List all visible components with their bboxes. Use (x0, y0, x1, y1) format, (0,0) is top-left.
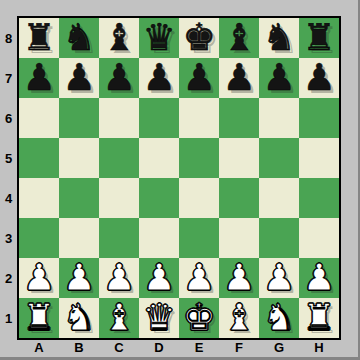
square-e3[interactable] (179, 218, 219, 258)
square-c1[interactable]: ♝ (99, 298, 139, 338)
square-d5[interactable] (139, 138, 179, 178)
square-e7[interactable]: ♟ (179, 58, 219, 98)
square-e6[interactable] (179, 98, 219, 138)
chess-app-window: 8 7 6 5 4 3 2 1 ♜♞♝♛♚♝♞♜♟♟♟♟♟♟♟♟♟♟♟♟♟♟♟♟… (0, 0, 360, 360)
black-queen-icon[interactable]: ♛ (139, 18, 179, 58)
file-label-f: F (219, 338, 259, 356)
square-h4[interactable] (299, 178, 339, 218)
square-f6[interactable] (219, 98, 259, 138)
black-pawn-icon[interactable]: ♟ (259, 58, 299, 98)
chessboard[interactable]: ♜♞♝♛♚♝♞♜♟♟♟♟♟♟♟♟♟♟♟♟♟♟♟♟♜♞♝♛♚♝♞♜ (17, 16, 341, 340)
square-f5[interactable] (219, 138, 259, 178)
square-h8[interactable]: ♜ (299, 18, 339, 58)
black-bishop-icon[interactable]: ♝ (99, 18, 139, 58)
square-d4[interactable] (139, 178, 179, 218)
white-pawn-icon[interactable]: ♟ (179, 258, 219, 298)
rank-label-3: 3 (0, 218, 17, 258)
square-a2[interactable]: ♟ (19, 258, 59, 298)
black-pawn-icon[interactable]: ♟ (299, 58, 339, 98)
black-rook-icon[interactable]: ♜ (19, 18, 59, 58)
white-queen-icon[interactable]: ♛ (139, 298, 179, 338)
square-b8[interactable]: ♞ (59, 18, 99, 58)
black-king-icon[interactable]: ♚ (179, 18, 219, 58)
square-b5[interactable] (59, 138, 99, 178)
square-f2[interactable]: ♟ (219, 258, 259, 298)
white-pawn-icon[interactable]: ♟ (219, 258, 259, 298)
square-c8[interactable]: ♝ (99, 18, 139, 58)
square-d2[interactable]: ♟ (139, 258, 179, 298)
square-g8[interactable]: ♞ (259, 18, 299, 58)
square-b2[interactable]: ♟ (59, 258, 99, 298)
square-f8[interactable]: ♝ (219, 18, 259, 58)
square-d3[interactable] (139, 218, 179, 258)
square-d1[interactable]: ♛ (139, 298, 179, 338)
white-pawn-icon[interactable]: ♟ (59, 258, 99, 298)
white-pawn-icon[interactable]: ♟ (19, 258, 59, 298)
square-a4[interactable] (19, 178, 59, 218)
white-pawn-icon[interactable]: ♟ (99, 258, 139, 298)
rank-label-7: 7 (0, 58, 17, 98)
black-bishop-icon[interactable]: ♝ (219, 18, 259, 58)
square-a6[interactable] (19, 98, 59, 138)
square-d7[interactable]: ♟ (139, 58, 179, 98)
square-a8[interactable]: ♜ (19, 18, 59, 58)
square-e8[interactable]: ♚ (179, 18, 219, 58)
square-c4[interactable] (99, 178, 139, 218)
square-a5[interactable] (19, 138, 59, 178)
square-g1[interactable]: ♞ (259, 298, 299, 338)
square-h3[interactable] (299, 218, 339, 258)
square-a7[interactable]: ♟ (19, 58, 59, 98)
square-b3[interactable] (59, 218, 99, 258)
square-g4[interactable] (259, 178, 299, 218)
square-b7[interactable]: ♟ (59, 58, 99, 98)
square-e2[interactable]: ♟ (179, 258, 219, 298)
square-h1[interactable]: ♜ (299, 298, 339, 338)
square-g6[interactable] (259, 98, 299, 138)
square-g5[interactable] (259, 138, 299, 178)
square-e5[interactable] (179, 138, 219, 178)
black-pawn-icon[interactable]: ♟ (99, 58, 139, 98)
black-rook-icon[interactable]: ♜ (299, 18, 339, 58)
square-h2[interactable]: ♟ (299, 258, 339, 298)
square-a1[interactable]: ♜ (19, 298, 59, 338)
square-d6[interactable] (139, 98, 179, 138)
white-pawn-icon[interactable]: ♟ (259, 258, 299, 298)
square-c3[interactable] (99, 218, 139, 258)
square-c7[interactable]: ♟ (99, 58, 139, 98)
black-pawn-icon[interactable]: ♟ (139, 58, 179, 98)
rank-label-2: 2 (0, 258, 17, 298)
square-f4[interactable] (219, 178, 259, 218)
black-pawn-icon[interactable]: ♟ (19, 58, 59, 98)
black-knight-icon[interactable]: ♞ (59, 18, 99, 58)
white-king-icon[interactable]: ♚ (179, 298, 219, 338)
white-bishop-icon[interactable]: ♝ (99, 298, 139, 338)
file-label-b: B (59, 338, 99, 356)
square-h5[interactable] (299, 138, 339, 178)
square-f7[interactable]: ♟ (219, 58, 259, 98)
white-knight-icon[interactable]: ♞ (59, 298, 99, 338)
white-rook-icon[interactable]: ♜ (19, 298, 59, 338)
black-pawn-icon[interactable]: ♟ (59, 58, 99, 98)
white-knight-icon[interactable]: ♞ (259, 298, 299, 338)
rank-labels: 8 7 6 5 4 3 2 1 (0, 18, 17, 338)
square-h7[interactable]: ♟ (299, 58, 339, 98)
file-label-g: G (259, 338, 299, 356)
file-label-d: D (139, 338, 179, 356)
square-g3[interactable] (259, 218, 299, 258)
square-g2[interactable]: ♟ (259, 258, 299, 298)
rank-label-8: 8 (0, 18, 17, 58)
white-bishop-icon[interactable]: ♝ (219, 298, 259, 338)
square-a3[interactable] (19, 218, 59, 258)
square-b6[interactable] (59, 98, 99, 138)
white-pawn-icon[interactable]: ♟ (139, 258, 179, 298)
file-label-e: E (179, 338, 219, 356)
square-g7[interactable]: ♟ (259, 58, 299, 98)
rank-label-4: 4 (0, 178, 17, 218)
rank-label-1: 1 (0, 298, 17, 338)
square-f3[interactable] (219, 218, 259, 258)
file-label-c: C (99, 338, 139, 356)
black-knight-icon[interactable]: ♞ (259, 18, 299, 58)
square-b1[interactable]: ♞ (59, 298, 99, 338)
square-h6[interactable] (299, 98, 339, 138)
square-f1[interactable]: ♝ (219, 298, 259, 338)
square-d8[interactable]: ♛ (139, 18, 179, 58)
square-e4[interactable] (179, 178, 219, 218)
black-pawn-icon[interactable]: ♟ (179, 58, 219, 98)
file-label-h: H (299, 338, 339, 356)
square-c5[interactable] (99, 138, 139, 178)
white-rook-icon[interactable]: ♜ (299, 298, 339, 338)
black-pawn-icon[interactable]: ♟ (219, 58, 259, 98)
white-pawn-icon[interactable]: ♟ (299, 258, 339, 298)
rank-label-5: 5 (0, 138, 17, 178)
rank-label-6: 6 (0, 98, 17, 138)
square-c6[interactable] (99, 98, 139, 138)
square-c2[interactable]: ♟ (99, 258, 139, 298)
file-labels: A B C D E F G H (19, 338, 339, 356)
file-label-a: A (19, 338, 59, 356)
square-b4[interactable] (59, 178, 99, 218)
square-e1[interactable]: ♚ (179, 298, 219, 338)
